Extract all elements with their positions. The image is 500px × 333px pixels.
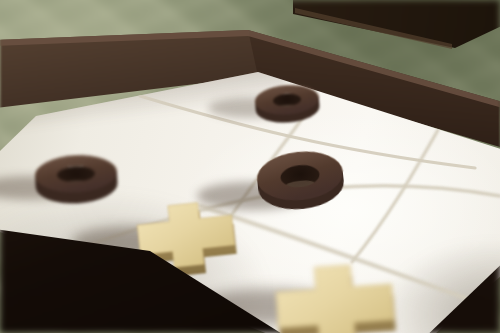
photo-vignette xyxy=(0,0,500,333)
photo-tic-tac-toe-scene xyxy=(0,0,500,333)
